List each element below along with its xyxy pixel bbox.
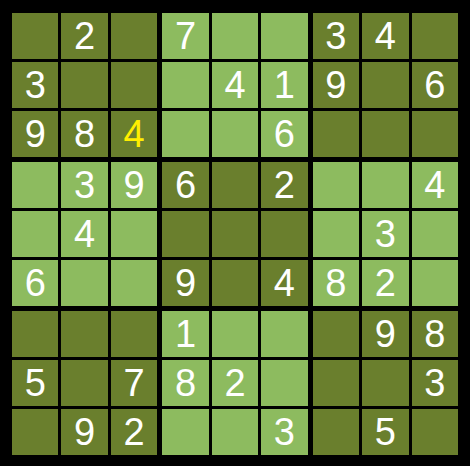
cell-r4c5[interactable] xyxy=(212,162,258,208)
cell-r5c1[interactable] xyxy=(12,211,58,257)
block-r3c3: 9835 xyxy=(313,311,458,455)
cell-r2c1[interactable]: 3 xyxy=(12,62,58,108)
cell-r8c2[interactable] xyxy=(61,360,107,406)
cell-r7c8[interactable]: 9 xyxy=(362,311,408,357)
cell-r7c7[interactable] xyxy=(313,311,359,357)
cell-r1c2[interactable]: 2 xyxy=(61,13,107,59)
cell-r4c8[interactable] xyxy=(362,162,408,208)
cell-r2c8[interactable] xyxy=(362,62,408,108)
cell-r5c2[interactable]: 4 xyxy=(61,211,107,257)
cell-r4c6[interactable]: 2 xyxy=(261,162,307,208)
cell-r2c7[interactable]: 9 xyxy=(313,62,359,108)
cell-r8c9[interactable]: 3 xyxy=(412,360,458,406)
cell-r5c4[interactable] xyxy=(162,211,208,257)
cell-r1c4[interactable]: 7 xyxy=(162,13,208,59)
cell-r6c1[interactable]: 6 xyxy=(12,260,58,306)
block-r2c1: 3946 xyxy=(12,162,157,306)
cell-r3c8[interactable] xyxy=(362,111,408,157)
cell-r4c9[interactable]: 4 xyxy=(412,162,458,208)
cell-r2c9[interactable]: 6 xyxy=(412,62,458,108)
page-background: { "game": "sudoku", "position": ".2.7..3… xyxy=(0,0,470,466)
cell-r1c1[interactable] xyxy=(12,13,58,59)
sudoku-board: 2398474163496394662944382579218239835 xyxy=(12,13,458,455)
cell-r6c4[interactable]: 9 xyxy=(162,260,208,306)
cell-r1c6[interactable] xyxy=(261,13,307,59)
cell-r2c6[interactable]: 1 xyxy=(261,62,307,108)
cell-r9c4[interactable] xyxy=(162,409,208,455)
cell-r6c3[interactable] xyxy=(111,260,157,306)
cell-r9c7[interactable] xyxy=(313,409,359,455)
cell-r9c5[interactable] xyxy=(212,409,258,455)
cell-r7c9[interactable]: 8 xyxy=(412,311,458,357)
cell-r7c6[interactable] xyxy=(261,311,307,357)
block-r3c1: 5792 xyxy=(12,311,157,455)
cell-r6c8[interactable]: 2 xyxy=(362,260,408,306)
cell-r2c4[interactable] xyxy=(162,62,208,108)
cell-r1c7[interactable]: 3 xyxy=(313,13,359,59)
cell-r3c7[interactable] xyxy=(313,111,359,157)
cell-r9c3[interactable]: 2 xyxy=(111,409,157,455)
cell-r5c9[interactable] xyxy=(412,211,458,257)
block-r1c3: 3496 xyxy=(313,13,458,157)
cell-r1c8[interactable]: 4 xyxy=(362,13,408,59)
cell-r8c6[interactable] xyxy=(261,360,307,406)
cell-r9c1[interactable] xyxy=(12,409,58,455)
cell-r6c2[interactable] xyxy=(61,260,107,306)
cell-r8c3[interactable]: 7 xyxy=(111,360,157,406)
cell-r3c5[interactable] xyxy=(212,111,258,157)
cell-r2c5[interactable]: 4 xyxy=(212,62,258,108)
cell-r8c8[interactable] xyxy=(362,360,408,406)
cell-r5c7[interactable] xyxy=(313,211,359,257)
cell-r4c3[interactable]: 9 xyxy=(111,162,157,208)
cell-r9c6[interactable]: 3 xyxy=(261,409,307,455)
cell-r5c6[interactable] xyxy=(261,211,307,257)
cell-r2c2[interactable] xyxy=(61,62,107,108)
cell-r3c3[interactable]: 4 xyxy=(111,111,157,157)
cell-r1c3[interactable] xyxy=(111,13,157,59)
cell-r9c8[interactable]: 5 xyxy=(362,409,408,455)
cell-r8c4[interactable]: 8 xyxy=(162,360,208,406)
cell-r7c5[interactable] xyxy=(212,311,258,357)
cell-r6c6[interactable]: 4 xyxy=(261,260,307,306)
cell-r6c9[interactable] xyxy=(412,260,458,306)
block-r1c1: 23984 xyxy=(12,13,157,157)
cell-r5c5[interactable] xyxy=(212,211,258,257)
cell-r2c3[interactable] xyxy=(111,62,157,108)
cell-r7c4[interactable]: 1 xyxy=(162,311,208,357)
block-r2c2: 6294 xyxy=(162,162,307,306)
cell-r7c3[interactable] xyxy=(111,311,157,357)
cell-r6c5[interactable] xyxy=(212,260,258,306)
block-r3c2: 1823 xyxy=(162,311,307,455)
cell-r3c1[interactable]: 9 xyxy=(12,111,58,157)
block-r2c3: 4382 xyxy=(313,162,458,306)
cell-r4c1[interactable] xyxy=(12,162,58,208)
cell-r3c4[interactable] xyxy=(162,111,208,157)
cell-r4c4[interactable]: 6 xyxy=(162,162,208,208)
cell-r4c2[interactable]: 3 xyxy=(61,162,107,208)
cell-r1c5[interactable] xyxy=(212,13,258,59)
cell-r7c2[interactable] xyxy=(61,311,107,357)
cell-r9c9[interactable] xyxy=(412,409,458,455)
cell-r8c1[interactable]: 5 xyxy=(12,360,58,406)
cell-r9c2[interactable]: 9 xyxy=(61,409,107,455)
cell-r4c7[interactable] xyxy=(313,162,359,208)
cell-r6c7[interactable]: 8 xyxy=(313,260,359,306)
cell-r3c6[interactable]: 6 xyxy=(261,111,307,157)
cell-r5c3[interactable] xyxy=(111,211,157,257)
cell-r8c5[interactable]: 2 xyxy=(212,360,258,406)
cell-r3c2[interactable]: 8 xyxy=(61,111,107,157)
block-r1c2: 7416 xyxy=(162,13,307,157)
cell-r8c7[interactable] xyxy=(313,360,359,406)
cell-r5c8[interactable]: 3 xyxy=(362,211,408,257)
cell-r3c9[interactable] xyxy=(412,111,458,157)
cell-r7c1[interactable] xyxy=(12,311,58,357)
cell-r1c9[interactable] xyxy=(412,13,458,59)
